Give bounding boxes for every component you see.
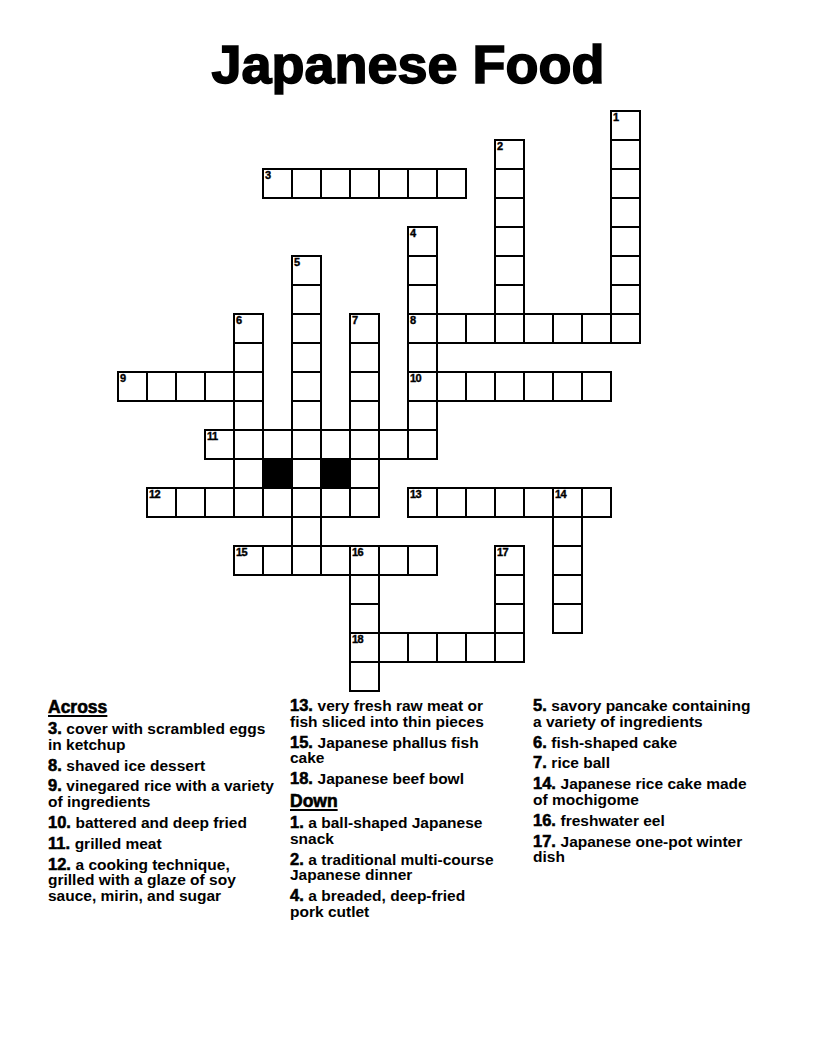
grid-cell[interactable] bbox=[320, 429, 351, 460]
grid-cell[interactable] bbox=[436, 313, 467, 344]
clue-across-18: 18. Japanese beef bowl bbox=[290, 771, 499, 787]
clues-column-right: 5. savory pancake containing a variety o… bbox=[533, 698, 754, 870]
clue-number: 5. bbox=[533, 696, 551, 714]
grid-cell[interactable] bbox=[494, 603, 525, 634]
grid-cell[interactable]: 14 bbox=[552, 487, 583, 518]
grid-cell[interactable] bbox=[610, 284, 641, 315]
grid-cell[interactable] bbox=[291, 458, 322, 489]
grid-cell[interactable] bbox=[233, 371, 264, 402]
grid-cell[interactable]: 13 bbox=[407, 487, 438, 518]
grid-cell[interactable] bbox=[610, 197, 641, 228]
grid-cell[interactable] bbox=[349, 603, 380, 634]
cell-number: 2 bbox=[497, 141, 503, 152]
black-cell bbox=[320, 458, 351, 489]
clue-text: savory pancake containing a variety of i… bbox=[533, 697, 750, 730]
grid-cell[interactable] bbox=[494, 197, 525, 228]
grid-cell[interactable] bbox=[436, 371, 467, 402]
grid-cell[interactable] bbox=[349, 574, 380, 605]
grid-cell[interactable] bbox=[494, 371, 525, 402]
cell-number: 9 bbox=[120, 373, 126, 384]
grid-cell[interactable] bbox=[436, 487, 467, 518]
clue-number: 18. bbox=[290, 769, 318, 787]
cell-number: 1 bbox=[613, 112, 619, 123]
clue-number: 15. bbox=[290, 733, 318, 751]
grid-cell[interactable]: 18 bbox=[349, 632, 380, 663]
grid-cell[interactable] bbox=[378, 632, 409, 663]
clue-across-9: 9. vinegared rice with a variety of ingr… bbox=[48, 778, 280, 810]
cell-number: 10 bbox=[410, 373, 421, 384]
clue-text: shaved ice dessert bbox=[66, 757, 205, 774]
grid-cell[interactable] bbox=[494, 284, 525, 315]
grid-cell[interactable]: 16 bbox=[349, 545, 380, 576]
clue-text: fish-shaped cake bbox=[551, 734, 677, 751]
cell-number: 17 bbox=[497, 547, 508, 558]
grid-cell[interactable] bbox=[494, 574, 525, 605]
grid-cell[interactable] bbox=[262, 487, 293, 518]
grid-cell[interactable] bbox=[581, 371, 612, 402]
grid-cell[interactable] bbox=[378, 168, 409, 199]
grid-cell[interactable]: 11 bbox=[204, 429, 235, 460]
cell-number: 6 bbox=[236, 315, 242, 326]
grid-cell[interactable] bbox=[291, 516, 322, 547]
clue-down-7: 7. rice ball bbox=[533, 755, 754, 771]
clue-text: battered and deep fried bbox=[76, 814, 247, 831]
grid-cell[interactable] bbox=[465, 313, 496, 344]
across-header: Across bbox=[48, 698, 280, 716]
grid-cell[interactable] bbox=[465, 632, 496, 663]
clue-across-12: 12. a cooking technique, grilled with a … bbox=[48, 857, 280, 904]
grid-cell[interactable] bbox=[233, 429, 264, 460]
grid-cell[interactable] bbox=[552, 371, 583, 402]
grid-cell[interactable] bbox=[523, 313, 554, 344]
grid-cell[interactable] bbox=[175, 487, 206, 518]
clue-down-14: 14. Japanese rice cake made of mochigome bbox=[533, 776, 754, 808]
black-cell bbox=[262, 458, 293, 489]
grid-cell[interactable]: 3 bbox=[262, 168, 293, 199]
cell-number: 13 bbox=[410, 489, 421, 500]
grid-cell[interactable] bbox=[494, 255, 525, 286]
cell-number: 12 bbox=[149, 489, 160, 500]
clue-across-10: 10. battered and deep fried bbox=[48, 815, 280, 831]
grid-cell[interactable] bbox=[291, 545, 322, 576]
clue-across-3: 3. cover with scrambled eggs in ketchup bbox=[48, 721, 280, 753]
cell-number: 3 bbox=[265, 170, 271, 181]
grid-cell[interactable] bbox=[291, 371, 322, 402]
grid-cell[interactable] bbox=[291, 429, 322, 460]
clue-number: 8. bbox=[48, 756, 66, 774]
clue-text: a breaded, deep-fried pork cutlet bbox=[290, 887, 465, 920]
grid-cell[interactable] bbox=[407, 284, 438, 315]
cell-number: 18 bbox=[352, 634, 363, 645]
clue-number: 2. bbox=[290, 850, 308, 868]
grid-cell[interactable]: 5 bbox=[291, 255, 322, 286]
grid-cell[interactable] bbox=[610, 139, 641, 170]
grid-cell[interactable] bbox=[291, 487, 322, 518]
clue-text: Japanese beef bowl bbox=[318, 770, 464, 787]
grid-cell[interactable]: 12 bbox=[146, 487, 177, 518]
grid-cell[interactable] bbox=[552, 574, 583, 605]
grid-cell[interactable] bbox=[552, 516, 583, 547]
grid-cell[interactable] bbox=[349, 487, 380, 518]
grid-cell[interactable] bbox=[378, 545, 409, 576]
clue-number: 17. bbox=[533, 832, 561, 850]
clue-down-6: 6. fish-shaped cake bbox=[533, 735, 754, 751]
clue-down-16: 16. freshwater eel bbox=[533, 813, 754, 829]
grid-cell[interactable] bbox=[349, 458, 380, 489]
grid-cell[interactable] bbox=[291, 313, 322, 344]
grid-cell[interactable] bbox=[262, 429, 293, 460]
grid-cell[interactable] bbox=[204, 487, 235, 518]
clue-down-4: 4. a breaded, deep-fried pork cutlet bbox=[290, 888, 499, 920]
grid-cell[interactable] bbox=[291, 284, 322, 315]
cell-number: 8 bbox=[410, 315, 416, 326]
grid-cell[interactable] bbox=[581, 313, 612, 344]
grid-cell[interactable] bbox=[494, 168, 525, 199]
grid-cell[interactable] bbox=[407, 545, 438, 576]
grid-cell[interactable]: 8 bbox=[407, 313, 438, 344]
grid-cell[interactable] bbox=[407, 255, 438, 286]
clue-number: 1. bbox=[290, 813, 308, 831]
clue-text: Japanese one-pot winter dish bbox=[533, 833, 742, 866]
clue-text: grilled meat bbox=[75, 835, 162, 852]
crossword-grid: 123456789101112131415161718 bbox=[117, 110, 641, 692]
grid-cell[interactable] bbox=[349, 661, 380, 692]
grid-cell[interactable] bbox=[320, 545, 351, 576]
clues-column-left: Across3. cover with scrambled eggs in ke… bbox=[48, 698, 280, 909]
grid-cell[interactable] bbox=[349, 371, 380, 402]
cell-number: 5 bbox=[294, 257, 300, 268]
clue-down-5: 5. savory pancake containing a variety o… bbox=[533, 698, 754, 730]
clue-text: Japanese phallus fish cake bbox=[290, 734, 479, 767]
grid-cell[interactable]: 17 bbox=[494, 545, 525, 576]
grid-cell[interactable] bbox=[291, 342, 322, 373]
grid-cell[interactable] bbox=[349, 342, 380, 373]
grid-cell[interactable] bbox=[610, 226, 641, 257]
clue-number: 10. bbox=[48, 813, 76, 831]
clue-number: 12. bbox=[48, 855, 76, 873]
cell-number: 7 bbox=[352, 315, 358, 326]
grid-cell[interactable] bbox=[204, 371, 235, 402]
grid-cell[interactable] bbox=[552, 313, 583, 344]
grid-cell[interactable] bbox=[349, 168, 380, 199]
clue-number: 11. bbox=[48, 834, 75, 852]
cell-number: 4 bbox=[410, 228, 416, 239]
grid-cell[interactable] bbox=[407, 342, 438, 373]
cell-number: 14 bbox=[555, 489, 566, 500]
page-title: Japanese Food bbox=[0, 33, 816, 95]
grid-cell[interactable] bbox=[465, 371, 496, 402]
clue-text: a traditional multi-course Japanese dinn… bbox=[290, 851, 494, 884]
clue-text: a ball-shaped Japanese snack bbox=[290, 814, 482, 847]
grid-cell[interactable]: 2 bbox=[494, 139, 525, 170]
grid-cell[interactable] bbox=[610, 168, 641, 199]
cell-number: 15 bbox=[236, 547, 247, 558]
clue-down-1: 1. a ball-shaped Japanese snack bbox=[290, 815, 499, 847]
clue-down-2: 2. a traditional multi-course Japanese d… bbox=[290, 852, 499, 884]
grid-cell[interactable] bbox=[349, 429, 380, 460]
grid-cell[interactable]: 1 bbox=[610, 110, 641, 141]
grid-cell[interactable] bbox=[378, 429, 409, 460]
grid-cell[interactable] bbox=[175, 371, 206, 402]
clue-across-13: 13. very fresh raw meat or fish sliced i… bbox=[290, 698, 499, 730]
clue-down-17: 17. Japanese one-pot winter dish bbox=[533, 834, 754, 866]
grid-cell[interactable] bbox=[494, 632, 525, 663]
grid-cell[interactable] bbox=[610, 255, 641, 286]
grid-cell[interactable]: 4 bbox=[407, 226, 438, 257]
grid-cell[interactable]: 9 bbox=[117, 371, 148, 402]
clue-text: freshwater eel bbox=[561, 812, 665, 829]
clue-number: 14. bbox=[533, 774, 561, 792]
grid-cell[interactable] bbox=[436, 632, 467, 663]
grid-cell[interactable] bbox=[494, 487, 525, 518]
grid-cell[interactable] bbox=[146, 371, 177, 402]
clue-text: a cooking technique, grilled with a glaz… bbox=[48, 856, 236, 905]
grid-cell[interactable] bbox=[465, 487, 496, 518]
clue-text: vinegared rice with a variety of ingredi… bbox=[48, 777, 274, 810]
grid-cell[interactable] bbox=[291, 400, 322, 431]
clue-across-15: 15. Japanese phallus fish cake bbox=[290, 735, 499, 767]
grid-cell[interactable] bbox=[494, 226, 525, 257]
grid-cell[interactable] bbox=[523, 371, 554, 402]
clues-column-middle: 13. very fresh raw meat or fish sliced i… bbox=[290, 698, 499, 925]
clue-number: 4. bbox=[290, 886, 308, 904]
clue-number: 13. bbox=[290, 696, 318, 714]
grid-cell[interactable] bbox=[552, 545, 583, 576]
clue-number: 7. bbox=[533, 753, 551, 771]
grid-cell[interactable] bbox=[233, 458, 264, 489]
grid-cell[interactable] bbox=[233, 487, 264, 518]
grid-cell[interactable] bbox=[320, 487, 351, 518]
clue-text: Japanese rice cake made of mochigome bbox=[533, 775, 747, 808]
clue-across-11: 11. grilled meat bbox=[48, 836, 280, 852]
grid-cell[interactable]: 6 bbox=[233, 313, 264, 344]
grid-cell[interactable]: 15 bbox=[233, 545, 264, 576]
clue-text: cover with scrambled eggs in ketchup bbox=[48, 720, 265, 753]
grid-cell[interactable] bbox=[523, 487, 554, 518]
grid-cell[interactable] bbox=[320, 168, 351, 199]
grid-cell[interactable] bbox=[407, 429, 438, 460]
clue-text: very fresh raw meat or fish sliced into … bbox=[290, 697, 484, 730]
cell-number: 16 bbox=[352, 547, 363, 558]
down-header: Down bbox=[290, 792, 499, 810]
grid-cell[interactable] bbox=[494, 313, 525, 344]
clue-number: 9. bbox=[48, 776, 66, 794]
grid-cell[interactable] bbox=[581, 487, 612, 518]
grid-cell[interactable] bbox=[407, 632, 438, 663]
grid-cell[interactable] bbox=[349, 400, 380, 431]
clue-number: 3. bbox=[48, 719, 66, 737]
grid-cell[interactable] bbox=[552, 603, 583, 634]
grid-cell[interactable] bbox=[436, 168, 467, 199]
grid-cell[interactable]: 7 bbox=[349, 313, 380, 344]
clue-number: 16. bbox=[533, 811, 561, 829]
clue-across-8: 8. shaved ice dessert bbox=[48, 758, 280, 774]
grid-cell[interactable]: 10 bbox=[407, 371, 438, 402]
grid-cell[interactable] bbox=[233, 342, 264, 373]
clue-number: 6. bbox=[533, 733, 551, 751]
grid-cell[interactable] bbox=[407, 168, 438, 199]
clue-text: rice ball bbox=[551, 754, 610, 771]
grid-cell[interactable] bbox=[233, 400, 264, 431]
cell-number: 11 bbox=[207, 431, 218, 442]
grid-cell[interactable] bbox=[262, 545, 293, 576]
grid-cell[interactable] bbox=[291, 168, 322, 199]
grid-cell[interactable] bbox=[407, 400, 438, 431]
grid-cell[interactable] bbox=[610, 313, 641, 344]
